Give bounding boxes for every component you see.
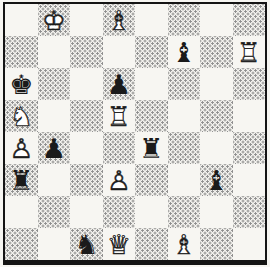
piece-white-P-d3-fill: ♟ (103, 164, 136, 196)
piece-white-P-d3: ♙ (103, 164, 136, 196)
square-b5[interactable] (38, 100, 71, 132)
square-d5[interactable]: ♜♖ (103, 100, 136, 132)
square-h4[interactable] (233, 132, 266, 164)
piece-white-R-d5-fill: ♜ (103, 100, 136, 132)
square-f8[interactable] (168, 4, 201, 36)
piece-white-Q-d1-fill: ♛ (103, 228, 136, 260)
square-b8[interactable]: ♚♔ (38, 4, 71, 36)
square-c6[interactable] (70, 68, 103, 100)
square-g8[interactable] (200, 4, 233, 36)
piece-white-P-a4-fill: ♟ (5, 132, 38, 164)
square-e3[interactable] (135, 164, 168, 196)
piece-white-B-f1: ♗ (168, 228, 201, 260)
square-a8[interactable] (5, 4, 38, 36)
piece-white-B-d8: ♗ (103, 4, 136, 36)
piece-black-B-g3: ♝ (200, 164, 233, 196)
square-f2[interactable] (168, 196, 201, 228)
scanned-page: ♚♔♝♗♝♜♖♚♟♞♘♜♖♟♙♟♜♜♟♙♝♞♛♕♝♗ (0, 0, 270, 267)
square-d1[interactable]: ♛♕ (103, 228, 136, 260)
piece-black-R-a3: ♜ (5, 164, 38, 196)
square-c3[interactable] (70, 164, 103, 196)
square-c5[interactable] (70, 100, 103, 132)
square-h5[interactable] (233, 100, 266, 132)
square-g4[interactable] (200, 132, 233, 164)
square-c1[interactable]: ♞ (70, 228, 103, 260)
square-e2[interactable] (135, 196, 168, 228)
piece-black-B-f7: ♝ (168, 36, 201, 68)
square-a1[interactable] (5, 228, 38, 260)
square-h3[interactable] (233, 164, 266, 196)
square-a3[interactable]: ♜ (5, 164, 38, 196)
square-d6[interactable]: ♟ (103, 68, 136, 100)
square-f7[interactable]: ♝ (168, 36, 201, 68)
square-d2[interactable] (103, 196, 136, 228)
square-g7[interactable] (200, 36, 233, 68)
piece-white-B-d8-fill: ♝ (103, 4, 136, 36)
square-c2[interactable] (70, 196, 103, 228)
square-c7[interactable] (70, 36, 103, 68)
square-d4[interactable] (103, 132, 136, 164)
square-g5[interactable] (200, 100, 233, 132)
square-a6[interactable]: ♚ (5, 68, 38, 100)
square-a5[interactable]: ♞♘ (5, 100, 38, 132)
square-e8[interactable] (135, 4, 168, 36)
square-d3[interactable]: ♟♙ (103, 164, 136, 196)
piece-white-K-b8-fill: ♚ (38, 4, 71, 36)
piece-black-P-d6: ♟ (103, 68, 136, 100)
piece-white-R-h7-fill: ♜ (233, 36, 266, 68)
piece-white-N-a5-fill: ♞ (5, 100, 38, 132)
square-h2[interactable] (233, 196, 266, 228)
square-e7[interactable] (135, 36, 168, 68)
square-h6[interactable] (233, 68, 266, 100)
square-e5[interactable] (135, 100, 168, 132)
square-a4[interactable]: ♟♙ (5, 132, 38, 164)
square-g2[interactable] (200, 196, 233, 228)
square-f3[interactable] (168, 164, 201, 196)
square-h8[interactable] (233, 4, 266, 36)
square-f5[interactable] (168, 100, 201, 132)
piece-black-K-a6: ♚ (5, 68, 38, 100)
square-f4[interactable] (168, 132, 201, 164)
square-b4[interactable]: ♟ (38, 132, 71, 164)
piece-white-K-b8: ♔ (38, 4, 71, 36)
piece-white-N-a5: ♘ (5, 100, 38, 132)
piece-white-B-f1-fill: ♝ (168, 228, 201, 260)
square-e6[interactable] (135, 68, 168, 100)
square-a2[interactable] (5, 196, 38, 228)
piece-white-P-a4: ♙ (5, 132, 38, 164)
square-e1[interactable] (135, 228, 168, 260)
square-b1[interactable] (38, 228, 71, 260)
square-h1[interactable] (233, 228, 266, 260)
square-e4[interactable]: ♜ (135, 132, 168, 164)
square-c8[interactable] (70, 4, 103, 36)
square-d8[interactable]: ♝♗ (103, 4, 136, 36)
chess-board: ♚♔♝♗♝♜♖♚♟♞♘♜♖♟♙♟♜♜♟♙♝♞♛♕♝♗ (5, 4, 265, 260)
square-h7[interactable]: ♜♖ (233, 36, 266, 68)
square-f6[interactable] (168, 68, 201, 100)
square-g3[interactable]: ♝ (200, 164, 233, 196)
board-frame: ♚♔♝♗♝♜♖♚♟♞♘♜♖♟♙♟♜♜♟♙♝♞♛♕♝♗ (3, 2, 267, 265)
piece-black-N-c1: ♞ (70, 228, 103, 260)
square-a7[interactable] (5, 36, 38, 68)
square-b7[interactable] (38, 36, 71, 68)
piece-white-R-h7: ♖ (233, 36, 266, 68)
square-g1[interactable] (200, 228, 233, 260)
square-d7[interactable] (103, 36, 136, 68)
square-b2[interactable] (38, 196, 71, 228)
square-c4[interactable] (70, 132, 103, 164)
piece-white-R-d5: ♖ (103, 100, 136, 132)
square-f1[interactable]: ♝♗ (168, 228, 201, 260)
square-b6[interactable] (38, 68, 71, 100)
piece-black-R-e4: ♜ (135, 132, 168, 164)
square-b3[interactable] (38, 164, 71, 196)
piece-black-P-b4: ♟ (38, 132, 71, 164)
square-g6[interactable] (200, 68, 233, 100)
piece-white-Q-d1: ♕ (103, 228, 136, 260)
